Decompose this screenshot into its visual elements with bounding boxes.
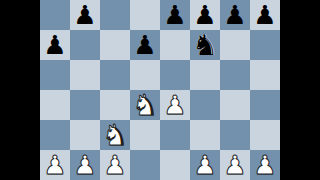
square-h3[interactable] <box>250 120 280 150</box>
square-c2[interactable]: ♟ <box>100 150 130 180</box>
square-f7[interactable]: ♟ <box>190 0 220 30</box>
square-a6[interactable]: ♟ <box>40 30 70 60</box>
square-b5[interactable] <box>70 60 100 90</box>
square-h5[interactable] <box>250 60 280 90</box>
square-f2[interactable]: ♟ <box>190 150 220 180</box>
chess-app-viewport: ♟♟♟♟♟♟♟♞♞♟♞♟♟♟♟♟♟ <box>0 0 320 180</box>
white-pawn[interactable]: ♟ <box>193 152 216 178</box>
letterbox-right <box>280 0 320 180</box>
square-a4[interactable] <box>40 90 70 120</box>
square-b3[interactable] <box>70 120 100 150</box>
black-pawn[interactable]: ♟ <box>43 32 66 58</box>
black-pawn[interactable]: ♟ <box>193 2 216 28</box>
square-h4[interactable] <box>250 90 280 120</box>
white-pawn[interactable]: ♟ <box>103 152 126 178</box>
square-d2[interactable] <box>130 150 160 180</box>
square-e3[interactable] <box>160 120 190 150</box>
square-b4[interactable] <box>70 90 100 120</box>
square-g6[interactable] <box>220 30 250 60</box>
chess-board[interactable]: ♟♟♟♟♟♟♟♞♞♟♞♟♟♟♟♟♟ <box>40 0 280 180</box>
square-d7[interactable] <box>130 0 160 30</box>
black-pawn[interactable]: ♟ <box>163 2 186 28</box>
black-pawn[interactable]: ♟ <box>223 2 246 28</box>
square-c3[interactable]: ♞ <box>100 120 130 150</box>
square-e2[interactable] <box>160 150 190 180</box>
white-knight[interactable]: ♞ <box>132 91 158 120</box>
square-e7[interactable]: ♟ <box>160 0 190 30</box>
square-g4[interactable] <box>220 90 250 120</box>
square-d4[interactable]: ♞ <box>130 90 160 120</box>
square-c4[interactable] <box>100 90 130 120</box>
square-d5[interactable] <box>130 60 160 90</box>
square-b7[interactable]: ♟ <box>70 0 100 30</box>
letterbox-left <box>0 0 40 180</box>
square-a2[interactable]: ♟ <box>40 150 70 180</box>
white-pawn[interactable]: ♟ <box>43 152 66 178</box>
square-a3[interactable] <box>40 120 70 150</box>
square-b2[interactable]: ♟ <box>70 150 100 180</box>
square-a5[interactable] <box>40 60 70 90</box>
square-f6[interactable]: ♞ <box>190 30 220 60</box>
square-g7[interactable]: ♟ <box>220 0 250 30</box>
square-f4[interactable] <box>190 90 220 120</box>
white-pawn[interactable]: ♟ <box>73 152 96 178</box>
square-c6[interactable] <box>100 30 130 60</box>
square-h2[interactable]: ♟ <box>250 150 280 180</box>
white-pawn[interactable]: ♟ <box>223 152 246 178</box>
square-e5[interactable] <box>160 60 190 90</box>
square-f5[interactable] <box>190 60 220 90</box>
square-d6[interactable]: ♟ <box>130 30 160 60</box>
black-pawn[interactable]: ♟ <box>73 2 96 28</box>
square-d3[interactable] <box>130 120 160 150</box>
square-g5[interactable] <box>220 60 250 90</box>
square-e4[interactable]: ♟ <box>160 90 190 120</box>
black-pawn[interactable]: ♟ <box>133 32 156 58</box>
black-pawn[interactable]: ♟ <box>253 2 276 28</box>
square-c7[interactable] <box>100 0 130 30</box>
square-b6[interactable] <box>70 30 100 60</box>
square-a7[interactable] <box>40 0 70 30</box>
square-g3[interactable] <box>220 120 250 150</box>
square-f3[interactable] <box>190 120 220 150</box>
white-pawn[interactable]: ♟ <box>163 92 186 118</box>
square-e6[interactable] <box>160 30 190 60</box>
white-knight[interactable]: ♞ <box>102 121 128 150</box>
white-pawn[interactable]: ♟ <box>253 152 276 178</box>
square-h7[interactable]: ♟ <box>250 0 280 30</box>
black-knight[interactable]: ♞ <box>192 31 218 60</box>
square-c5[interactable] <box>100 60 130 90</box>
square-h6[interactable] <box>250 30 280 60</box>
square-g2[interactable]: ♟ <box>220 150 250 180</box>
